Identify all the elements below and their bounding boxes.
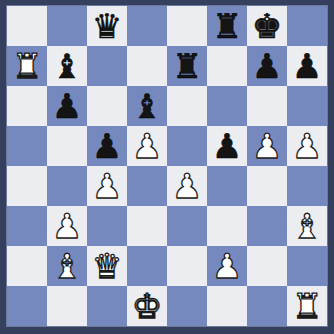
square-c4[interactable]: ♟ [87,166,127,206]
piece-white-rook[interactable]: ♜ [12,46,42,86]
square-d2[interactable] [127,246,167,286]
square-f8[interactable]: ♜ [207,6,247,46]
square-d7[interactable] [127,46,167,86]
square-e2[interactable] [167,246,207,286]
square-b1[interactable] [47,286,87,326]
square-g5[interactable]: ♟ [247,126,287,166]
square-a3[interactable] [7,206,47,246]
square-d8[interactable] [127,6,167,46]
square-f2[interactable]: ♟ [207,246,247,286]
square-h2[interactable] [287,246,327,286]
square-g3[interactable] [247,206,287,246]
square-e6[interactable] [167,86,207,126]
piece-white-pawn[interactable]: ♟ [52,206,82,246]
square-a5[interactable] [7,126,47,166]
square-d1[interactable]: ♚ [127,286,167,326]
square-c1[interactable] [87,286,127,326]
chess-board-frame: ♛♜♚♜♝♜♟♟♟♝♟♟♟♟♟♟♟♟♝♝♛♟♚♜ [0,0,334,334]
piece-white-pawn[interactable]: ♟ [132,126,162,166]
piece-black-rook[interactable]: ♜ [172,46,202,86]
piece-black-pawn[interactable]: ♟ [292,46,322,86]
piece-white-bishop[interactable]: ♝ [292,206,322,246]
square-h7[interactable]: ♟ [287,46,327,86]
square-e3[interactable] [167,206,207,246]
piece-black-pawn[interactable]: ♟ [212,126,242,166]
square-b4[interactable] [47,166,87,206]
square-b6[interactable]: ♟ [47,86,87,126]
piece-black-pawn[interactable]: ♟ [92,126,122,166]
square-c8[interactable]: ♛ [87,6,127,46]
square-b3[interactable]: ♟ [47,206,87,246]
square-h4[interactable] [287,166,327,206]
square-f1[interactable] [207,286,247,326]
square-e4[interactable]: ♟ [167,166,207,206]
piece-black-pawn[interactable]: ♟ [52,86,82,126]
square-d3[interactable] [127,206,167,246]
square-h5[interactable]: ♟ [287,126,327,166]
piece-white-king[interactable]: ♚ [132,286,162,326]
square-h1[interactable]: ♜ [287,286,327,326]
piece-black-bishop[interactable]: ♝ [52,46,82,86]
square-g2[interactable] [247,246,287,286]
square-a8[interactable] [7,6,47,46]
square-e5[interactable] [167,126,207,166]
square-b2[interactable]: ♝ [47,246,87,286]
square-g6[interactable] [247,86,287,126]
square-e1[interactable] [167,286,207,326]
square-g1[interactable] [247,286,287,326]
square-f4[interactable] [207,166,247,206]
square-a4[interactable] [7,166,47,206]
piece-black-queen[interactable]: ♛ [92,6,122,46]
square-b8[interactable] [47,6,87,46]
piece-white-pawn[interactable]: ♟ [292,126,322,166]
square-a6[interactable] [7,86,47,126]
square-c6[interactable] [87,86,127,126]
square-d6[interactable]: ♝ [127,86,167,126]
square-g4[interactable] [247,166,287,206]
square-c3[interactable] [87,206,127,246]
square-f5[interactable]: ♟ [207,126,247,166]
square-f6[interactable] [207,86,247,126]
square-c7[interactable] [87,46,127,86]
piece-white-pawn[interactable]: ♟ [252,126,282,166]
piece-black-bishop[interactable]: ♝ [132,86,162,126]
piece-white-pawn[interactable]: ♟ [212,246,242,286]
square-b7[interactable]: ♝ [47,46,87,86]
square-c2[interactable]: ♛ [87,246,127,286]
square-d4[interactable] [127,166,167,206]
square-g7[interactable]: ♟ [247,46,287,86]
piece-white-queen[interactable]: ♛ [92,246,122,286]
square-c5[interactable]: ♟ [87,126,127,166]
square-f3[interactable] [207,206,247,246]
piece-white-bishop[interactable]: ♝ [52,246,82,286]
square-e7[interactable]: ♜ [167,46,207,86]
chess-board: ♛♜♚♜♝♜♟♟♟♝♟♟♟♟♟♟♟♟♝♝♛♟♚♜ [7,6,327,326]
square-h8[interactable] [287,6,327,46]
piece-white-rook[interactable]: ♜ [292,286,322,326]
square-a1[interactable] [7,286,47,326]
square-h3[interactable]: ♝ [287,206,327,246]
piece-white-pawn[interactable]: ♟ [172,166,202,206]
square-e8[interactable] [167,6,207,46]
square-h6[interactable] [287,86,327,126]
square-f7[interactable] [207,46,247,86]
square-a7[interactable]: ♜ [7,46,47,86]
square-b5[interactable] [47,126,87,166]
square-d5[interactable]: ♟ [127,126,167,166]
piece-black-pawn[interactable]: ♟ [252,46,282,86]
piece-black-rook[interactable]: ♜ [212,6,242,46]
square-g8[interactable]: ♚ [247,6,287,46]
piece-white-pawn[interactable]: ♟ [92,166,122,206]
square-a2[interactable] [7,246,47,286]
piece-black-king[interactable]: ♚ [252,6,282,46]
